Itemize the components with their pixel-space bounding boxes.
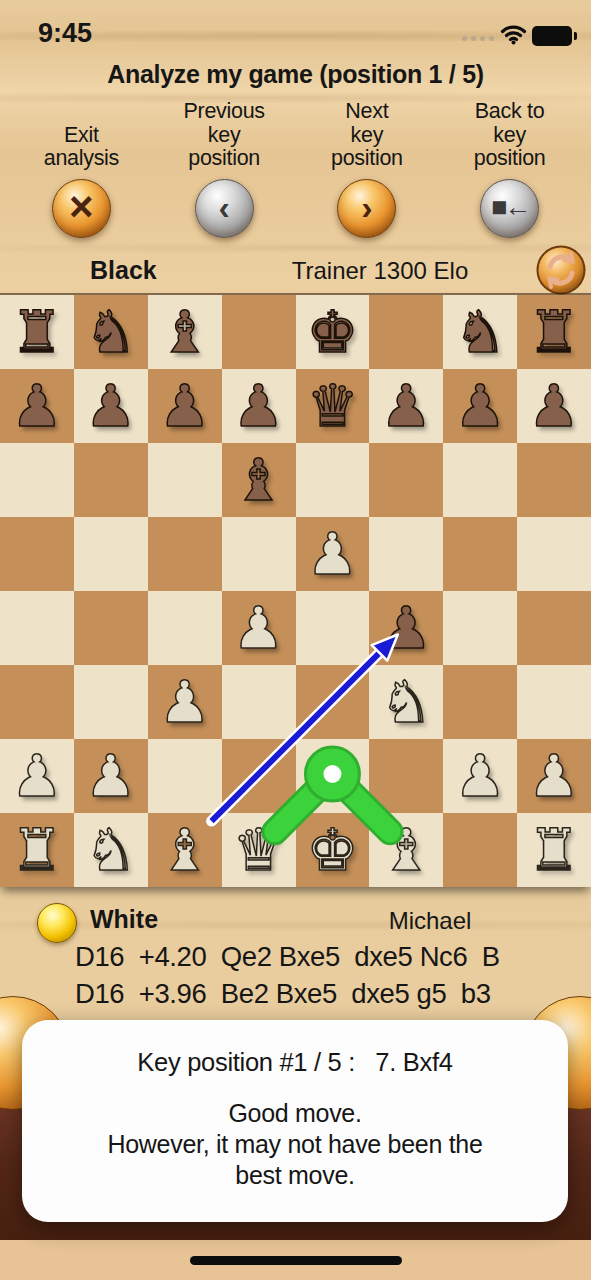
engine-line-2: D16 +3.96 Be2 Bxe5 dxe5 g5 b3	[75, 978, 591, 1010]
cellular-signal-icon	[462, 36, 494, 41]
white-bishop: ♝	[380, 813, 432, 887]
square-b1[interactable]: ♞	[74, 813, 148, 887]
black-king: ♚	[306, 295, 358, 369]
square-f1[interactable]: ♝	[369, 813, 443, 887]
square-b7[interactable]: ♟	[74, 369, 148, 443]
square-f8[interactable]	[369, 295, 443, 369]
white-queen: ♛	[233, 813, 285, 887]
square-e1[interactable]: ♚	[296, 813, 370, 887]
popup-message: Good move. However, it may not have been…	[22, 1098, 568, 1191]
white-bishop: ♝	[159, 813, 211, 887]
square-h1[interactable]: ♜	[517, 813, 591, 887]
square-c5[interactable]	[148, 517, 222, 591]
square-c7[interactable]: ♟	[148, 369, 222, 443]
square-g6[interactable]	[443, 443, 517, 517]
chevron-left-icon[interactable]: ‹	[195, 179, 254, 238]
white-pawn: ♟	[159, 665, 211, 739]
square-e7[interactable]: ♛	[296, 369, 370, 443]
square-a2[interactable]: ♟	[0, 739, 74, 813]
square-a6[interactable]	[0, 443, 74, 517]
square-g4[interactable]	[443, 591, 517, 665]
black-player-label: Black	[90, 256, 157, 285]
black-bishop: ♝	[159, 295, 211, 369]
back-to-key-position-button[interactable]: Back to key position ■←	[438, 100, 581, 238]
square-h4[interactable]	[517, 591, 591, 665]
square-d5[interactable]	[222, 517, 296, 591]
square-b3[interactable]	[74, 665, 148, 739]
next-key-position-button[interactable]: Next key position ›	[296, 100, 439, 238]
square-b4[interactable]	[74, 591, 148, 665]
black-pawn: ♟	[159, 369, 211, 443]
square-e6[interactable]	[296, 443, 370, 517]
white-king: ♚	[306, 813, 358, 887]
toolbar: Exit analysis × Previous key position ‹ …	[10, 100, 581, 238]
white-to-move-indicator	[37, 903, 77, 943]
square-e3[interactable]	[296, 665, 370, 739]
back-to-key-position-label: Back to key position	[438, 100, 581, 171]
white-pawn: ♟	[11, 739, 63, 813]
square-c2[interactable]	[148, 739, 222, 813]
white-pawn: ♟	[528, 739, 580, 813]
exit-analysis-label: Exit analysis	[10, 124, 153, 171]
square-a5[interactable]	[0, 517, 74, 591]
white-player-name: Michael	[300, 907, 560, 935]
square-f4[interactable]: ♟	[369, 591, 443, 665]
engine-line-1: D16 +4.20 Qe2 Bxe5 dxe5 Nc6 B	[75, 941, 591, 973]
black-pawn: ♟	[528, 369, 580, 443]
white-pawn: ♟	[306, 517, 358, 591]
white-rook: ♜	[528, 813, 580, 887]
previous-key-position-label: Previous key position	[153, 100, 296, 171]
black-rook: ♜	[11, 295, 63, 369]
square-g8[interactable]: ♞	[443, 295, 517, 369]
square-d6[interactable]: ♝	[222, 443, 296, 517]
home-indicator[interactable]	[190, 1256, 402, 1265]
square-b5[interactable]	[74, 517, 148, 591]
square-c1[interactable]: ♝	[148, 813, 222, 887]
white-knight: ♞	[85, 813, 137, 887]
exit-analysis-button[interactable]: Exit analysis ×	[10, 124, 153, 238]
chess-board: ♜♞♝♚♞♜♟♟♟♟♛♟♟♟♝♟♟♟♟♞♟♟♟♟♜♞♝♛♚♝♜	[0, 293, 591, 887]
square-d8[interactable]	[222, 295, 296, 369]
close-icon[interactable]: ×	[52, 179, 111, 238]
square-h5[interactable]	[517, 517, 591, 591]
square-g7[interactable]: ♟	[443, 369, 517, 443]
square-f3[interactable]: ♞	[369, 665, 443, 739]
square-e2[interactable]	[296, 739, 370, 813]
square-f5[interactable]	[369, 517, 443, 591]
square-b8[interactable]: ♞	[74, 295, 148, 369]
black-rook: ♜	[528, 295, 580, 369]
square-d2[interactable]	[222, 739, 296, 813]
black-bishop: ♝	[233, 443, 285, 517]
square-b2[interactable]: ♟	[74, 739, 148, 813]
white-pawn: ♟	[233, 591, 285, 665]
wifi-icon	[500, 24, 527, 45]
square-c4[interactable]	[148, 591, 222, 665]
square-g3[interactable]	[443, 665, 517, 739]
page-title: Analyze my game (position 1 / 5)	[0, 60, 591, 89]
square-d3[interactable]	[222, 665, 296, 739]
square-h6[interactable]	[517, 443, 591, 517]
chevron-right-icon[interactable]: ›	[337, 179, 396, 238]
next-key-position-label: Next key position	[296, 100, 439, 171]
square-d1[interactable]: ♛	[222, 813, 296, 887]
square-g5[interactable]	[443, 517, 517, 591]
black-pawn: ♟	[233, 369, 285, 443]
status-time: 9:45	[38, 18, 92, 49]
previous-key-position-button[interactable]: Previous key position ‹	[153, 100, 296, 238]
black-pawn: ♟	[85, 369, 137, 443]
key-position-popup: Key position #1 / 5 : 7. Bxf4 Good move.…	[22, 1020, 568, 1222]
square-a8[interactable]: ♜	[0, 295, 74, 369]
refresh-button[interactable]	[536, 245, 586, 295]
square-c8[interactable]: ♝	[148, 295, 222, 369]
white-knight: ♞	[380, 665, 432, 739]
white-pawn: ♟	[85, 739, 137, 813]
square-h8[interactable]: ♜	[517, 295, 591, 369]
skip-back-icon[interactable]: ■←	[480, 179, 539, 238]
white-rook: ♜	[11, 813, 63, 887]
black-pawn: ♟	[380, 591, 432, 665]
square-d4[interactable]: ♟	[222, 591, 296, 665]
popup-title: Key position #1 / 5 : 7. Bxf4	[22, 1048, 568, 1077]
black-pawn: ♟	[11, 369, 63, 443]
black-pawn: ♟	[380, 369, 432, 443]
square-f2[interactable]	[369, 739, 443, 813]
white-player-label: White	[90, 905, 158, 934]
square-b6[interactable]	[74, 443, 148, 517]
square-d7[interactable]: ♟	[222, 369, 296, 443]
square-h3[interactable]	[517, 665, 591, 739]
square-e5[interactable]: ♟	[296, 517, 370, 591]
square-a4[interactable]	[0, 591, 74, 665]
black-queen: ♛	[306, 369, 358, 443]
square-h2[interactable]: ♟	[517, 739, 591, 813]
square-f6[interactable]	[369, 443, 443, 517]
square-c6[interactable]	[148, 443, 222, 517]
battery-icon	[532, 26, 572, 46]
square-a3[interactable]	[0, 665, 74, 739]
square-c3[interactable]: ♟	[148, 665, 222, 739]
black-knight: ♞	[454, 295, 506, 369]
square-h7[interactable]: ♟	[517, 369, 591, 443]
black-pawn: ♟	[454, 369, 506, 443]
black-knight: ♞	[85, 295, 137, 369]
square-a1[interactable]: ♜	[0, 813, 74, 887]
square-e8[interactable]: ♚	[296, 295, 370, 369]
white-pawn: ♟	[454, 739, 506, 813]
black-player-name: Trainer 1300 Elo	[240, 257, 520, 285]
square-a7[interactable]: ♟	[0, 369, 74, 443]
square-g1[interactable]	[443, 813, 517, 887]
square-e4[interactable]	[296, 591, 370, 665]
square-g2[interactable]: ♟	[443, 739, 517, 813]
square-f7[interactable]: ♟	[369, 369, 443, 443]
